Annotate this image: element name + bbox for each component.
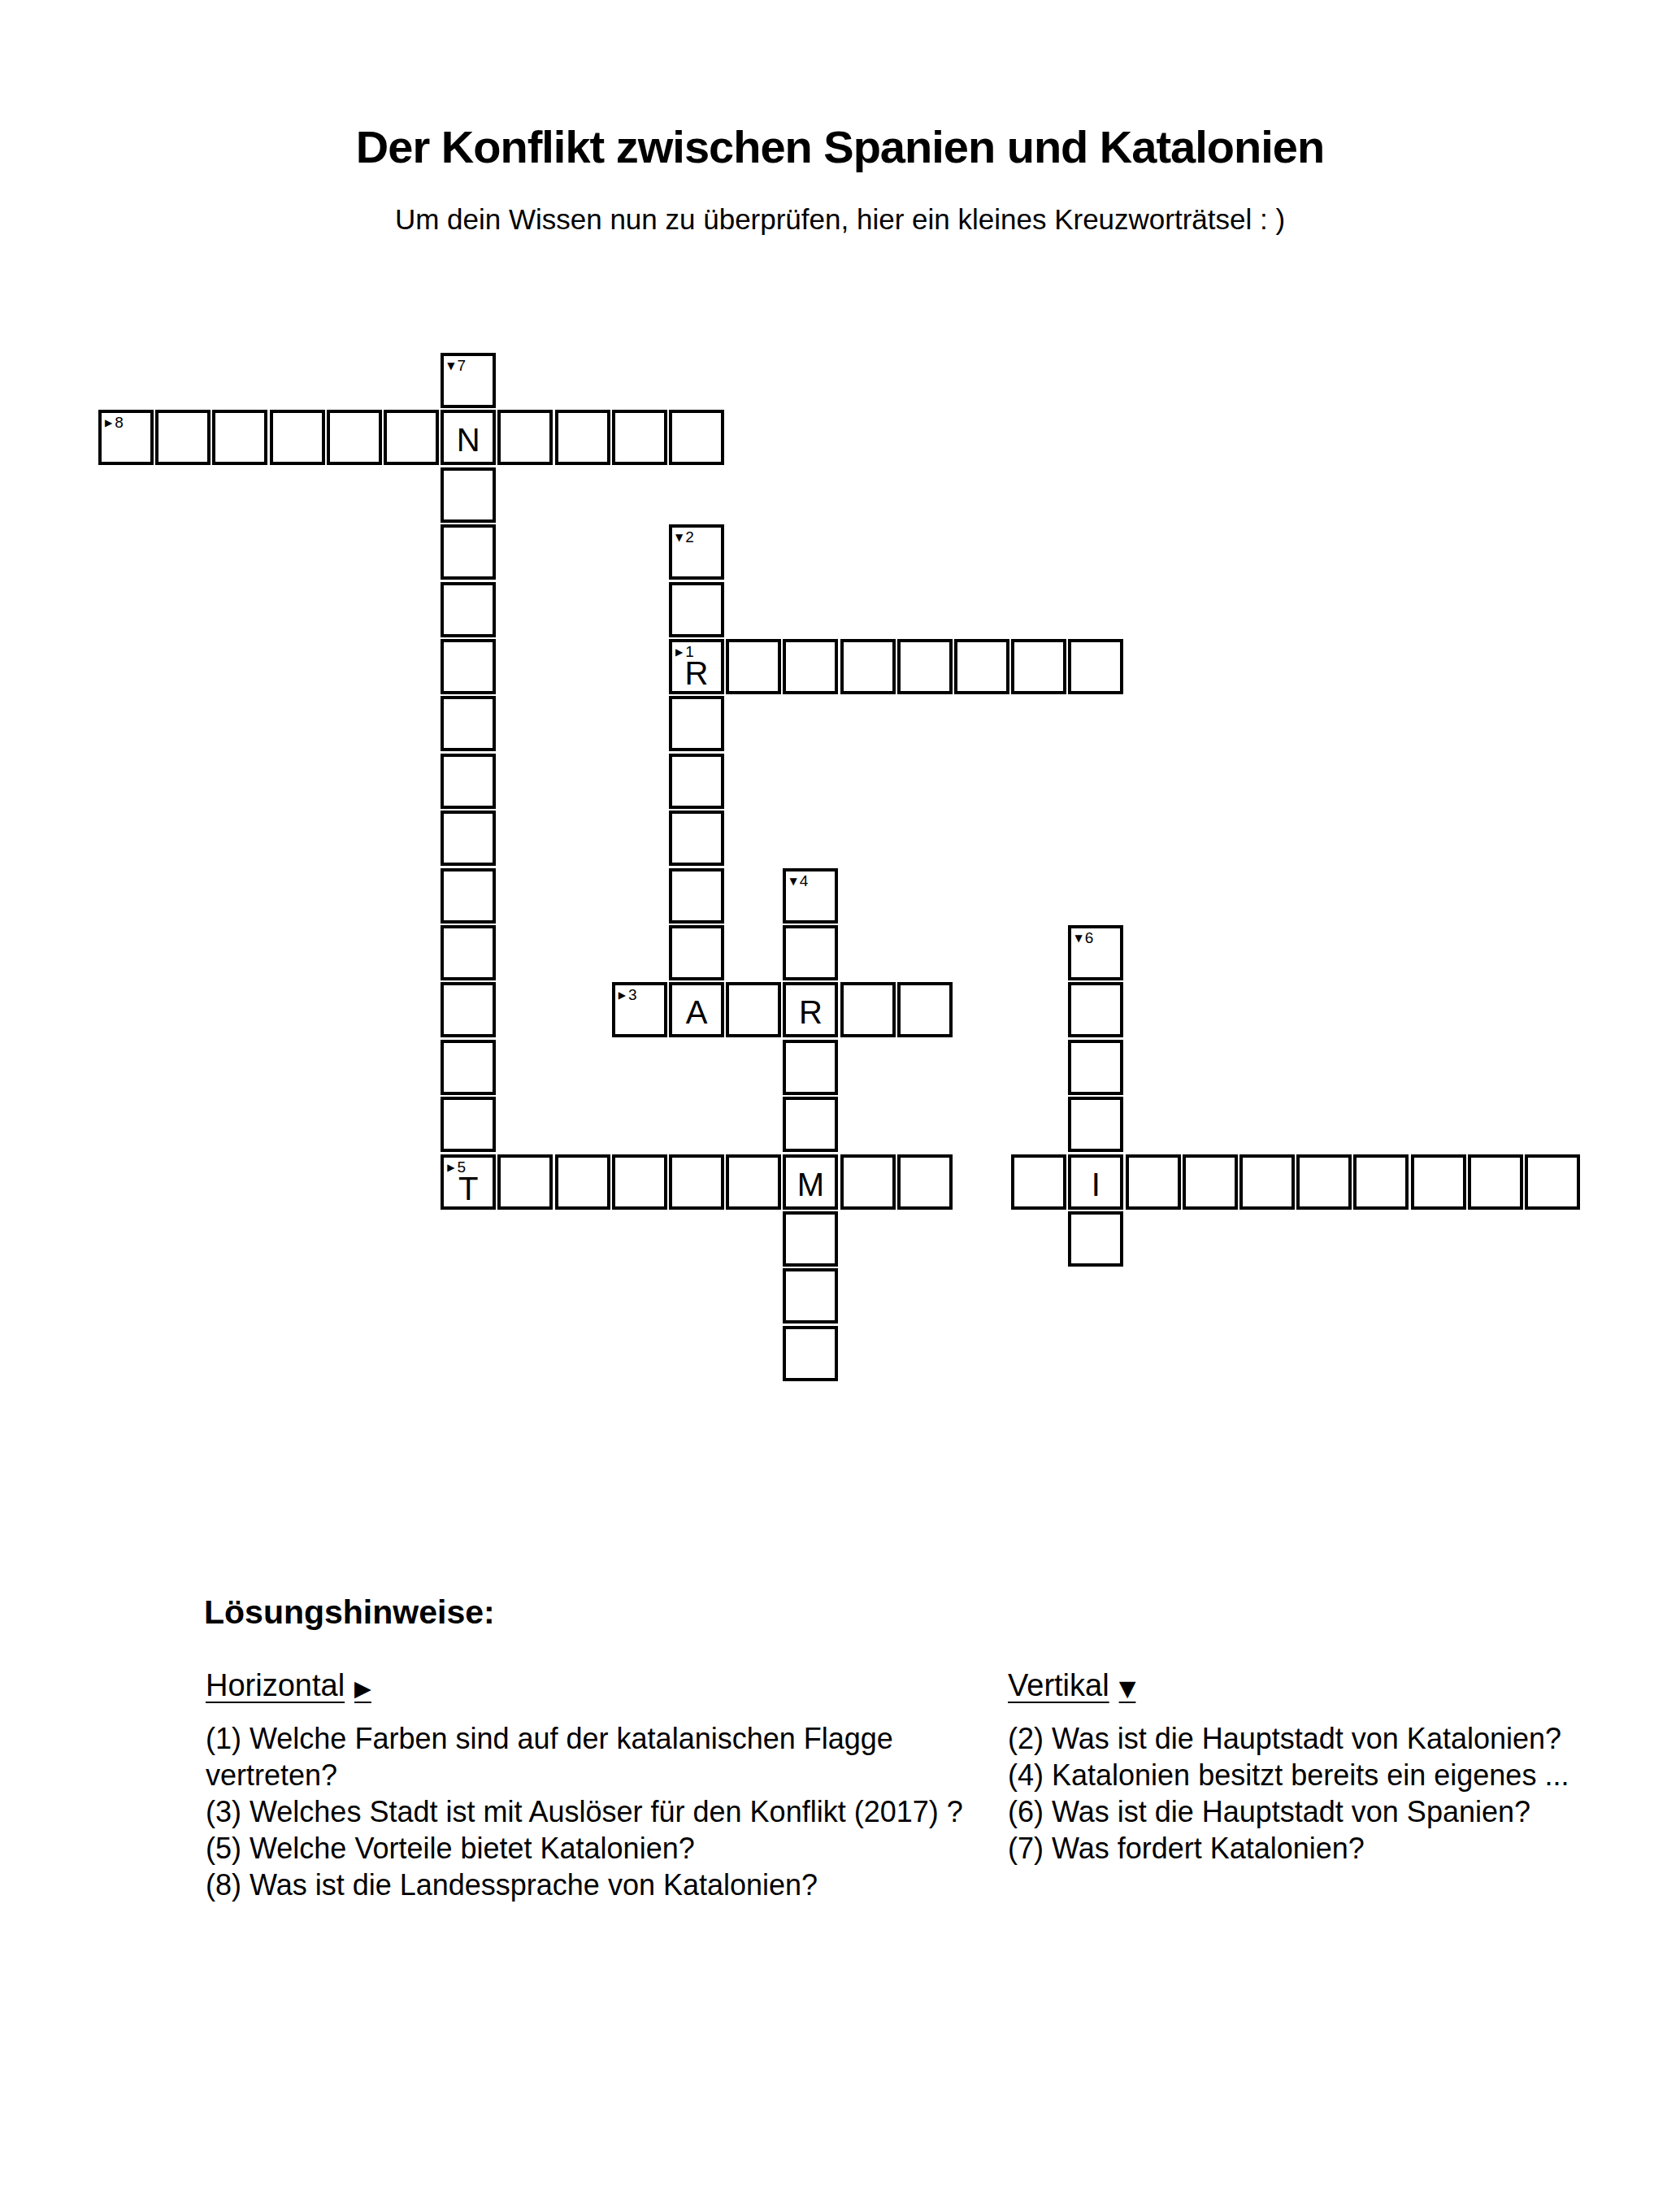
down-clues: (2) Was ist die Hauptstadt von Katalonie… bbox=[1008, 1720, 1593, 1867]
cell-letter: M bbox=[797, 1168, 824, 1201]
clue-item: (1) Welche Farben sind auf der katalanis… bbox=[206, 1720, 986, 1793]
grid-cell[interactable]: ▼7 bbox=[441, 353, 496, 408]
grid-cell[interactable] bbox=[726, 639, 781, 694]
grid-cell[interactable] bbox=[497, 410, 553, 465]
grid-cell[interactable] bbox=[783, 1268, 838, 1324]
grid-cell[interactable]: ▶3 bbox=[612, 982, 667, 1037]
grid-cell[interactable] bbox=[441, 1097, 496, 1152]
grid-cell[interactable]: T▶5 bbox=[441, 1154, 496, 1210]
across-arrow-icon: ▶ bbox=[354, 1676, 371, 1701]
grid-cell[interactable] bbox=[783, 1211, 838, 1267]
grid-cell[interactable] bbox=[441, 524, 496, 580]
grid-cell[interactable]: ▼4 bbox=[783, 868, 838, 924]
grid-cell[interactable]: R▶1 bbox=[669, 639, 724, 694]
grid-cell[interactable] bbox=[441, 639, 496, 694]
grid-cell[interactable] bbox=[441, 696, 496, 751]
cell-letter: A bbox=[686, 996, 708, 1028]
grid-cell[interactable] bbox=[669, 754, 724, 809]
grid-cell[interactable] bbox=[669, 582, 724, 637]
grid-cell[interactable] bbox=[497, 1154, 553, 1210]
clue-item: (5) Welche Vorteile bietet Katalonien? bbox=[206, 1830, 986, 1867]
grid-cell[interactable] bbox=[669, 1154, 724, 1210]
grid-cell[interactable] bbox=[783, 639, 838, 694]
grid-cell[interactable] bbox=[726, 982, 781, 1037]
down-arrow-icon: ▼ bbox=[1119, 1676, 1136, 1701]
page-subtitle: Um dein Wissen nun zu überprüfen, hier e… bbox=[0, 203, 1680, 236]
grid-cell[interactable] bbox=[1296, 1154, 1352, 1210]
clue-number-digit: 3 bbox=[628, 987, 637, 1002]
grid-cell[interactable] bbox=[783, 925, 838, 980]
grid-cell[interactable] bbox=[384, 410, 439, 465]
down-arrow-icon: ▼ bbox=[1074, 933, 1082, 943]
grid-cell[interactable] bbox=[897, 639, 953, 694]
clue-item: (8) Was ist die Landessprache von Katalo… bbox=[206, 1867, 986, 1903]
page-title: Der Konflikt zwischen Spanien und Katalo… bbox=[0, 120, 1680, 173]
grid-cell[interactable] bbox=[327, 410, 382, 465]
clue-item: (3) Welches Stadt ist mit Auslöser für d… bbox=[206, 1793, 986, 1830]
across-arrow-icon: ▶ bbox=[447, 1163, 454, 1172]
across-arrow-icon: ▶ bbox=[619, 990, 626, 1000]
cell-letter: N bbox=[457, 424, 480, 456]
cell-letter: R bbox=[799, 996, 823, 1028]
page: Der Konflikt zwischen Spanien und Katalo… bbox=[0, 0, 1680, 2195]
across-clues: (1) Welche Farben sind auf der katalanis… bbox=[206, 1720, 986, 1903]
clue-item: (4) Katalonien besitzt bereits ein eigen… bbox=[1008, 1757, 1593, 1793]
cell-letter: I bbox=[1092, 1168, 1100, 1201]
clue-item: (2) Was ist die Hauptstadt von Katalonie… bbox=[1008, 1720, 1593, 1757]
grid-cell[interactable] bbox=[669, 696, 724, 751]
clue-number-digit: 2 bbox=[685, 529, 694, 545]
grid-cell[interactable] bbox=[783, 1326, 838, 1381]
clue-item: (6) Was ist die Hauptstadt von Spanien? bbox=[1008, 1793, 1593, 1830]
grid-cell[interactable] bbox=[669, 410, 724, 465]
grid-cell[interactable] bbox=[441, 582, 496, 637]
grid-cell[interactable] bbox=[1126, 1154, 1181, 1210]
grid-cell[interactable] bbox=[1068, 1097, 1123, 1152]
grid-cell[interactable]: I bbox=[1068, 1154, 1123, 1210]
grid-cell[interactable] bbox=[441, 982, 496, 1037]
grid-cell[interactable] bbox=[441, 925, 496, 980]
grid-cell[interactable]: M bbox=[783, 1154, 838, 1210]
grid-cell[interactable] bbox=[612, 410, 667, 465]
grid-cell[interactable] bbox=[1239, 1154, 1295, 1210]
down-arrow-icon: ▼ bbox=[675, 532, 683, 542]
clue-number-digit: 8 bbox=[115, 415, 124, 430]
down-arrow-icon: ▼ bbox=[789, 876, 797, 886]
grid-cell[interactable] bbox=[1068, 1211, 1123, 1267]
grid-cell[interactable] bbox=[441, 467, 496, 523]
grid-cell[interactable] bbox=[441, 754, 496, 809]
hints-heading: Lösungshinweise: bbox=[204, 1593, 495, 1632]
grid-cell[interactable] bbox=[441, 868, 496, 924]
grid-cell[interactable] bbox=[212, 410, 267, 465]
grid-cell[interactable] bbox=[897, 982, 953, 1037]
clue-number-digit: 4 bbox=[800, 873, 809, 889]
grid-cell[interactable]: ▼2 bbox=[669, 524, 724, 580]
grid-cell[interactable] bbox=[1068, 1040, 1123, 1095]
grid-cell[interactable]: ▼6 bbox=[1068, 925, 1123, 980]
grid-cell[interactable] bbox=[270, 410, 325, 465]
grid-cell[interactable] bbox=[840, 639, 896, 694]
across-header-label: Horizontal bbox=[206, 1668, 345, 1702]
grid-cell[interactable] bbox=[441, 811, 496, 866]
grid-cell[interactable] bbox=[840, 982, 896, 1037]
grid-cell[interactable] bbox=[897, 1154, 953, 1210]
clue-number: ▼7 bbox=[447, 358, 466, 373]
across-arrow-icon: ▶ bbox=[105, 418, 112, 428]
grid-cell[interactable] bbox=[1353, 1154, 1409, 1210]
clue-number: ▼2 bbox=[675, 529, 694, 545]
grid-cell[interactable] bbox=[1525, 1154, 1580, 1210]
grid-cell[interactable] bbox=[783, 1097, 838, 1152]
grid-cell[interactable] bbox=[840, 1154, 896, 1210]
clue-number: ▶8 bbox=[105, 415, 124, 430]
grid-cell[interactable] bbox=[783, 1040, 838, 1095]
grid-cell[interactable] bbox=[1068, 982, 1123, 1037]
grid-cell[interactable] bbox=[954, 639, 1009, 694]
crossword-grid: ▼7▶8N▼2R▶1▼4▼6▶3ART▶5MI bbox=[98, 353, 1594, 1385]
grid-cell[interactable] bbox=[441, 1040, 496, 1095]
down-arrow-icon: ▼ bbox=[447, 361, 454, 371]
grid-cell[interactable]: A bbox=[669, 982, 724, 1037]
across-arrow-icon: ▶ bbox=[675, 647, 683, 657]
grid-cell[interactable] bbox=[1068, 639, 1123, 694]
cell-letter: R bbox=[685, 657, 709, 689]
grid-cell[interactable] bbox=[612, 1154, 667, 1210]
down-header-label: Vertikal bbox=[1008, 1668, 1109, 1702]
grid-cell[interactable]: N bbox=[441, 410, 496, 465]
across-header: Horizontal▶ bbox=[206, 1668, 371, 1703]
grid-cell[interactable] bbox=[669, 868, 724, 924]
grid-cell[interactable] bbox=[669, 925, 724, 980]
grid-cell[interactable] bbox=[1011, 1154, 1066, 1210]
down-header: Vertikal▼ bbox=[1008, 1668, 1135, 1703]
grid-cell[interactable] bbox=[155, 410, 211, 465]
clue-number: ▶3 bbox=[619, 987, 637, 1002]
clue-number-digit: 6 bbox=[1085, 930, 1094, 945]
grid-cell[interactable]: R bbox=[783, 982, 838, 1037]
grid-cell[interactable] bbox=[1011, 639, 1066, 694]
grid-cell[interactable] bbox=[726, 1154, 781, 1210]
grid-cell[interactable] bbox=[555, 410, 610, 465]
grid-cell[interactable] bbox=[555, 1154, 610, 1210]
grid-cell[interactable] bbox=[669, 811, 724, 866]
grid-cell[interactable] bbox=[1183, 1154, 1238, 1210]
grid-cell[interactable] bbox=[1411, 1154, 1466, 1210]
clue-number: ▼4 bbox=[789, 873, 808, 889]
cell-letter: T bbox=[458, 1172, 478, 1205]
grid-cell[interactable] bbox=[1468, 1154, 1523, 1210]
clue-number-digit: 7 bbox=[457, 358, 466, 373]
clue-item: (7) Was fordert Katalonien? bbox=[1008, 1830, 1593, 1867]
clue-number: ▼6 bbox=[1074, 930, 1093, 945]
grid-cell[interactable]: ▶8 bbox=[98, 410, 154, 465]
